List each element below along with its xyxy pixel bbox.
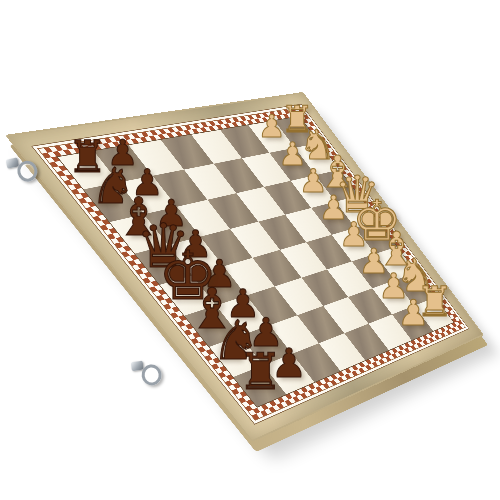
- chess-board: [5, 92, 484, 442]
- product-photo-scene: ♜♞♝♛♚♝♞♜♟♟♟♟♟♟♟♟♟♟♟♟♟♟♟♟♜♞♝♛♚♝♞♜: [0, 0, 500, 500]
- clasp-ring-icon: [140, 363, 163, 387]
- board-grid: [56, 116, 454, 408]
